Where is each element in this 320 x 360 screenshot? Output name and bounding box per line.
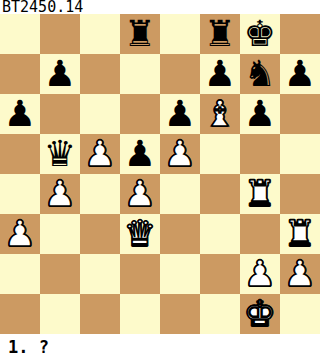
black-pawn[interactable]: ♟ [244,94,276,134]
square-e2[interactable] [160,254,200,294]
square-b7[interactable]: ♟ [40,54,80,94]
black-pawn[interactable]: ♟ [44,54,76,94]
square-d5[interactable]: ♟ [120,134,160,174]
black-pawn[interactable]: ♟ [124,134,156,174]
square-f8[interactable]: ♜ [200,14,240,54]
square-g3[interactable] [240,214,280,254]
square-e4[interactable] [160,174,200,214]
white-pawn[interactable]: ♟ [84,134,116,174]
black-queen[interactable]: ♛ [44,134,76,174]
white-rook[interactable]: ♜ [244,174,276,214]
square-a3[interactable]: ♟ [0,214,40,254]
square-d6[interactable] [120,94,160,134]
square-e6[interactable]: ♟ [160,94,200,134]
square-d1[interactable] [120,294,160,334]
square-b4[interactable]: ♟ [40,174,80,214]
white-pawn[interactable]: ♟ [4,214,36,254]
square-c1[interactable] [80,294,120,334]
square-a5[interactable] [0,134,40,174]
square-g8[interactable]: ♚ [240,14,280,54]
square-b5[interactable]: ♛ [40,134,80,174]
square-g2[interactable]: ♟ [240,254,280,294]
white-pawn[interactable]: ♟ [164,134,196,174]
square-b6[interactable] [40,94,80,134]
square-c8[interactable] [80,14,120,54]
square-e8[interactable] [160,14,200,54]
square-e7[interactable] [160,54,200,94]
square-g4[interactable]: ♜ [240,174,280,214]
square-f4[interactable] [200,174,240,214]
square-b2[interactable] [40,254,80,294]
white-pawn[interactable]: ♟ [244,254,276,294]
square-g6[interactable]: ♟ [240,94,280,134]
square-h3[interactable]: ♜ [280,214,320,254]
black-knight[interactable]: ♞ [244,54,276,94]
square-e3[interactable] [160,214,200,254]
chess-board: ♜♜♚♟♟♞♟♟♟♝♟♛♟♟♟♟♟♜♟♛♜♟♟♚ [0,14,320,334]
white-rook[interactable]: ♜ [284,214,316,254]
square-f5[interactable] [200,134,240,174]
square-g1[interactable]: ♚ [240,294,280,334]
white-king[interactable]: ♚ [244,294,276,334]
black-rook[interactable]: ♜ [204,14,236,54]
square-b3[interactable] [40,214,80,254]
square-b1[interactable] [40,294,80,334]
square-e1[interactable] [160,294,200,334]
puzzle-id: BT2450.14 [0,0,320,14]
square-h4[interactable] [280,174,320,214]
white-pawn[interactable]: ♟ [124,174,156,214]
square-h6[interactable] [280,94,320,134]
square-d4[interactable]: ♟ [120,174,160,214]
square-g5[interactable] [240,134,280,174]
square-a4[interactable] [0,174,40,214]
white-queen[interactable]: ♛ [124,214,156,254]
square-c3[interactable] [80,214,120,254]
square-c2[interactable] [80,254,120,294]
square-h1[interactable] [280,294,320,334]
black-pawn[interactable]: ♟ [204,54,236,94]
square-h2[interactable]: ♟ [280,254,320,294]
white-pawn[interactable]: ♟ [284,254,316,294]
move-prompt: 1. ? [0,334,320,360]
square-a8[interactable] [0,14,40,54]
square-f2[interactable] [200,254,240,294]
white-pawn[interactable]: ♟ [44,174,76,214]
square-f7[interactable]: ♟ [200,54,240,94]
square-e5[interactable]: ♟ [160,134,200,174]
square-a2[interactable] [0,254,40,294]
square-a6[interactable]: ♟ [0,94,40,134]
white-bishop[interactable]: ♝ [204,94,236,134]
square-c7[interactable] [80,54,120,94]
square-h5[interactable] [280,134,320,174]
black-pawn[interactable]: ♟ [4,94,36,134]
square-b8[interactable] [40,14,80,54]
black-pawn[interactable]: ♟ [284,54,316,94]
black-rook[interactable]: ♜ [124,14,156,54]
square-f6[interactable]: ♝ [200,94,240,134]
black-pawn[interactable]: ♟ [164,94,196,134]
square-h8[interactable] [280,14,320,54]
square-d3[interactable]: ♛ [120,214,160,254]
chess-diagram-window: BT2450.14 ♜♜♚♟♟♞♟♟♟♝♟♛♟♟♟♟♟♜♟♛♜♟♟♚ 1. ? [0,0,320,360]
square-d7[interactable] [120,54,160,94]
square-c4[interactable] [80,174,120,214]
square-f3[interactable] [200,214,240,254]
black-king[interactable]: ♚ [244,14,276,54]
square-d2[interactable] [120,254,160,294]
square-a7[interactable] [0,54,40,94]
square-d8[interactable]: ♜ [120,14,160,54]
square-c6[interactable] [80,94,120,134]
square-g7[interactable]: ♞ [240,54,280,94]
square-f1[interactable] [200,294,240,334]
square-a1[interactable] [0,294,40,334]
square-c5[interactable]: ♟ [80,134,120,174]
square-h7[interactable]: ♟ [280,54,320,94]
